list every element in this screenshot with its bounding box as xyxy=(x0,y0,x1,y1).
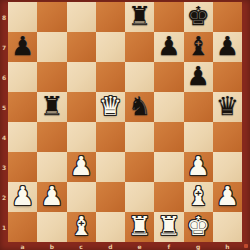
rank-labels: 87654321 xyxy=(0,2,8,242)
file-label-b: b xyxy=(37,242,66,250)
square-e7[interactable] xyxy=(125,32,154,62)
white-bishop-c1[interactable]: ♝ xyxy=(69,213,92,239)
square-a2[interactable]: ♟ xyxy=(8,182,37,212)
square-f1[interactable]: ♜ xyxy=(154,212,183,242)
square-f8[interactable] xyxy=(154,2,183,32)
black-rook-e8[interactable]: ♜ xyxy=(128,3,151,29)
black-pawn-h7[interactable]: ♟ xyxy=(216,33,239,59)
square-h5[interactable]: ♛ xyxy=(213,92,242,122)
rank-label-1: 1 xyxy=(0,212,8,242)
file-labels: abcdefgh xyxy=(8,242,242,250)
square-f6[interactable] xyxy=(154,62,183,92)
square-g2[interactable]: ♝ xyxy=(184,182,213,212)
square-g5[interactable] xyxy=(184,92,213,122)
square-f5[interactable] xyxy=(154,92,183,122)
square-b6[interactable] xyxy=(37,62,66,92)
black-rook-b5[interactable]: ♜ xyxy=(40,93,63,119)
white-pawn-h2[interactable]: ♟ xyxy=(216,183,239,209)
rank-label-5: 5 xyxy=(0,92,8,122)
rank-label-8: 8 xyxy=(0,2,8,32)
square-d3[interactable] xyxy=(96,152,125,182)
square-c4[interactable] xyxy=(67,122,96,152)
square-g6[interactable]: ♟ xyxy=(184,62,213,92)
square-e8[interactable]: ♜ xyxy=(125,2,154,32)
square-b2[interactable]: ♟ xyxy=(37,182,66,212)
white-pawn-g3[interactable]: ♟ xyxy=(186,153,209,179)
rank-label-4: 4 xyxy=(0,122,8,152)
rank-label-7: 7 xyxy=(0,32,8,62)
rank-label-3: 3 xyxy=(0,152,8,182)
chess-diagram: 87654321 abcdefgh ♜♚♟♟♝♟♟♜♛♞♛♟♟♟♟♝♟♝♜♜♚ xyxy=(0,0,250,250)
file-label-h: h xyxy=(213,242,242,250)
square-c5[interactable] xyxy=(67,92,96,122)
black-pawn-f7[interactable]: ♟ xyxy=(157,33,180,59)
black-knight-e5[interactable]: ♞ xyxy=(128,93,151,119)
file-label-d: d xyxy=(96,242,125,250)
square-h1[interactable] xyxy=(213,212,242,242)
square-b3[interactable] xyxy=(37,152,66,182)
square-d2[interactable] xyxy=(96,182,125,212)
square-e2[interactable] xyxy=(125,182,154,212)
square-h7[interactable]: ♟ xyxy=(213,32,242,62)
square-a4[interactable] xyxy=(8,122,37,152)
black-king-g8[interactable]: ♚ xyxy=(186,3,209,29)
square-a1[interactable] xyxy=(8,212,37,242)
white-king-g1[interactable]: ♚ xyxy=(186,213,209,239)
square-g8[interactable]: ♚ xyxy=(184,2,213,32)
square-a3[interactable] xyxy=(8,152,37,182)
square-e4[interactable] xyxy=(125,122,154,152)
square-b5[interactable]: ♜ xyxy=(37,92,66,122)
square-b1[interactable] xyxy=(37,212,66,242)
black-bishop-g7[interactable]: ♝ xyxy=(186,33,209,59)
square-f3[interactable] xyxy=(154,152,183,182)
side-to-move-indicator xyxy=(244,244,248,248)
square-e3[interactable] xyxy=(125,152,154,182)
black-queen-h5[interactable]: ♛ xyxy=(216,93,239,119)
square-b7[interactable] xyxy=(37,32,66,62)
white-pawn-b2[interactable]: ♟ xyxy=(40,183,63,209)
square-f7[interactable]: ♟ xyxy=(154,32,183,62)
square-a6[interactable] xyxy=(8,62,37,92)
square-d5[interactable]: ♛ xyxy=(96,92,125,122)
square-g1[interactable]: ♚ xyxy=(184,212,213,242)
square-a5[interactable] xyxy=(8,92,37,122)
square-c6[interactable] xyxy=(67,62,96,92)
square-g3[interactable]: ♟ xyxy=(184,152,213,182)
white-rook-e1[interactable]: ♜ xyxy=(128,213,151,239)
square-h6[interactable] xyxy=(213,62,242,92)
rank-label-6: 6 xyxy=(0,62,8,92)
square-c8[interactable] xyxy=(67,2,96,32)
white-bishop-g2[interactable]: ♝ xyxy=(186,183,209,209)
black-pawn-g6[interactable]: ♟ xyxy=(186,63,209,89)
white-queen-d5[interactable]: ♛ xyxy=(99,93,122,119)
square-d4[interactable] xyxy=(96,122,125,152)
white-pawn-c3[interactable]: ♟ xyxy=(69,153,92,179)
white-pawn-a2[interactable]: ♟ xyxy=(11,183,34,209)
square-b4[interactable] xyxy=(37,122,66,152)
square-h8[interactable] xyxy=(213,2,242,32)
square-c2[interactable] xyxy=(67,182,96,212)
square-h2[interactable]: ♟ xyxy=(213,182,242,212)
square-a8[interactable] xyxy=(8,2,37,32)
white-rook-f1[interactable]: ♜ xyxy=(157,213,180,239)
file-label-e: e xyxy=(125,242,154,250)
rank-label-2: 2 xyxy=(0,182,8,212)
square-b8[interactable] xyxy=(37,2,66,32)
square-d8[interactable] xyxy=(96,2,125,32)
file-label-c: c xyxy=(67,242,96,250)
square-e5[interactable]: ♞ xyxy=(125,92,154,122)
file-label-g: g xyxy=(184,242,213,250)
square-d6[interactable] xyxy=(96,62,125,92)
square-d7[interactable] xyxy=(96,32,125,62)
chess-board: ♜♚♟♟♝♟♟♜♛♞♛♟♟♟♟♝♟♝♜♜♚ xyxy=(8,2,242,242)
square-e1[interactable]: ♜ xyxy=(125,212,154,242)
square-h3[interactable] xyxy=(213,152,242,182)
square-g7[interactable]: ♝ xyxy=(184,32,213,62)
black-pawn-a7[interactable]: ♟ xyxy=(11,33,34,59)
square-c3[interactable]: ♟ xyxy=(67,152,96,182)
square-e6[interactable] xyxy=(125,62,154,92)
square-c1[interactable]: ♝ xyxy=(67,212,96,242)
square-a7[interactable]: ♟ xyxy=(8,32,37,62)
file-label-a: a xyxy=(8,242,37,250)
square-d1[interactable] xyxy=(96,212,125,242)
square-g4[interactable] xyxy=(184,122,213,152)
file-label-f: f xyxy=(154,242,183,250)
square-f4[interactable] xyxy=(154,122,183,152)
square-f2[interactable] xyxy=(154,182,183,212)
square-c7[interactable] xyxy=(67,32,96,62)
square-h4[interactable] xyxy=(213,122,242,152)
